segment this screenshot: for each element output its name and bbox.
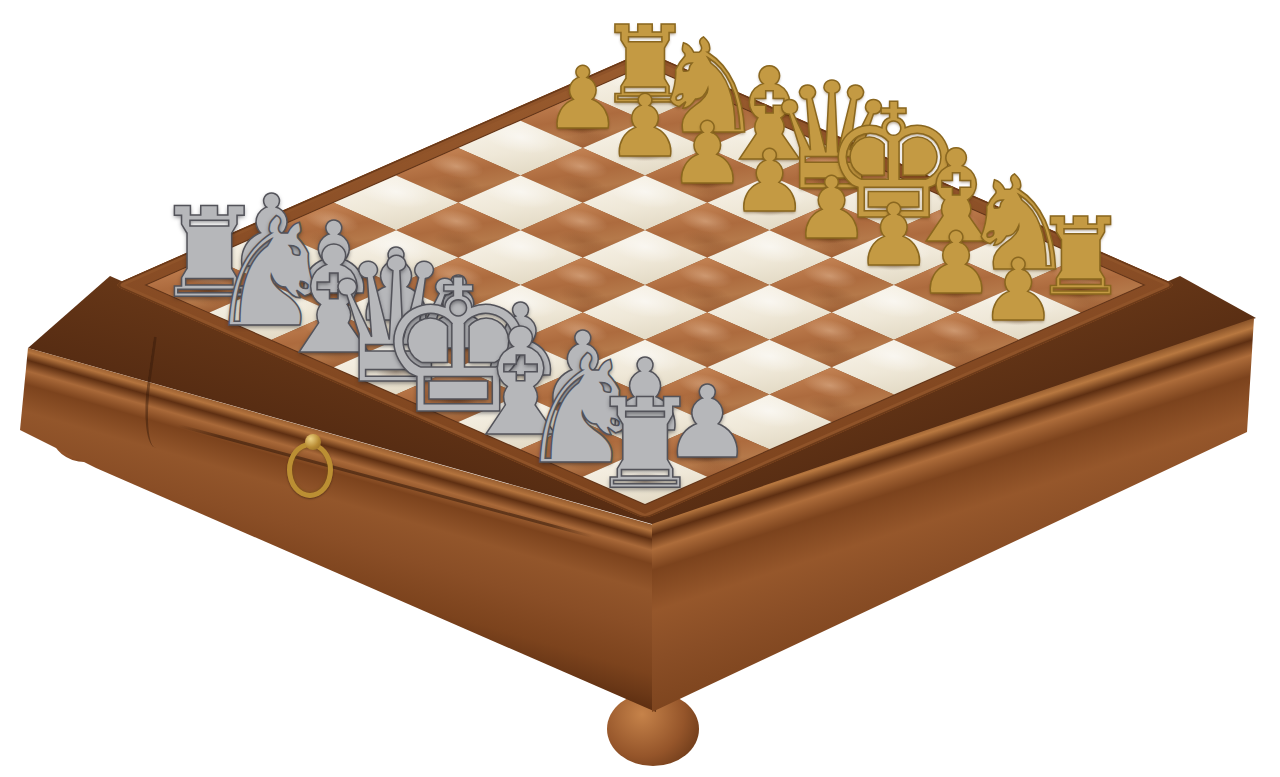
chess-set-photo: ♜♞♝♛♚♝♞♜♟♟♟♟♟♟♟♟♟♟♟♟♟♟♟♟♜♞♝♛♚♝♞♜ [0, 0, 1280, 777]
square-h1[interactable]: ♜ [583, 449, 707, 504]
drawer-ring-knob [305, 434, 321, 450]
drawer-ring-pull [287, 442, 333, 498]
piece-black-pawn[interactable]: ♟ [975, 247, 1061, 333]
piece-white-rook[interactable]: ♜ [583, 382, 707, 506]
